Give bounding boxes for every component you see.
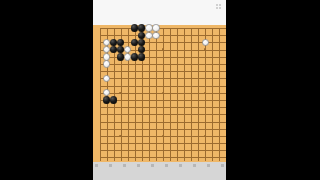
intersection[interactable] [202,147,209,154]
intersection[interactable] [209,39,216,46]
intersection[interactable] [138,89,145,96]
intersection[interactable] [117,154,124,161]
intersection[interactable] [152,60,159,67]
intersection[interactable] [159,82,166,89]
intersection[interactable] [166,89,173,96]
intersection[interactable] [181,32,188,39]
intersection[interactable] [159,140,166,147]
intersection[interactable] [110,125,117,132]
intersection[interactable] [124,118,131,125]
intersection[interactable] [188,75,195,82]
intersection[interactable] [110,60,117,67]
intersection[interactable] [195,132,202,139]
intersection[interactable] [174,60,181,67]
intersection[interactable] [110,96,117,103]
intersection[interactable] [209,111,216,118]
intersection[interactable] [181,125,188,132]
intersection[interactable] [96,118,103,125]
intersection[interactable] [159,25,166,32]
intersection[interactable] [131,104,138,111]
intersection[interactable] [145,96,152,103]
intersection[interactable] [209,68,216,75]
intersection[interactable] [96,53,103,60]
intersection[interactable] [209,82,216,89]
intersection[interactable] [103,104,110,111]
intersection[interactable] [117,25,124,32]
intersection[interactable] [216,53,223,60]
intersection[interactable] [124,125,131,132]
intersection[interactable] [131,82,138,89]
intersection[interactable] [152,125,159,132]
intersection[interactable] [188,60,195,67]
intersection[interactable] [110,140,117,147]
intersection[interactable] [159,32,166,39]
intersection[interactable] [174,140,181,147]
intersection[interactable] [174,118,181,125]
intersection[interactable] [159,60,166,67]
intersection[interactable] [152,46,159,53]
intersection[interactable] [96,46,103,53]
intersection[interactable] [195,82,202,89]
intersection[interactable] [174,68,181,75]
intersection[interactable] [159,104,166,111]
intersection[interactable] [166,32,173,39]
intersection[interactable] [117,111,124,118]
intersection[interactable] [110,132,117,139]
intersection[interactable] [195,118,202,125]
intersection[interactable] [124,82,131,89]
intersection[interactable] [103,132,110,139]
intersection[interactable] [124,96,131,103]
intersection[interactable] [216,82,223,89]
intersection[interactable] [159,147,166,154]
intersection[interactable] [103,89,110,96]
intersection[interactable] [96,75,103,82]
intersection[interactable] [103,68,110,75]
intersection[interactable] [138,154,145,161]
intersection[interactable] [174,39,181,46]
intersection[interactable] [166,75,173,82]
intersection[interactable] [117,39,124,46]
intersection[interactable] [145,111,152,118]
intersection[interactable] [174,125,181,132]
intersection[interactable] [181,140,188,147]
intersection[interactable] [202,118,209,125]
intersection[interactable] [96,140,103,147]
intersection[interactable] [110,25,117,32]
intersection[interactable] [110,104,117,111]
intersection[interactable] [103,111,110,118]
intersection[interactable] [103,118,110,125]
intersection[interactable] [166,46,173,53]
intersection[interactable] [103,25,110,32]
intersection[interactable] [138,125,145,132]
intersection[interactable] [166,68,173,75]
intersection[interactable] [138,75,145,82]
intersection[interactable] [110,118,117,125]
intersection[interactable] [131,75,138,82]
intersection[interactable] [181,75,188,82]
intersection[interactable] [174,132,181,139]
intersection[interactable] [131,118,138,125]
intersection[interactable] [166,118,173,125]
intersection[interactable] [166,104,173,111]
intersection[interactable] [209,140,216,147]
intersection[interactable] [124,132,131,139]
intersection[interactable] [138,104,145,111]
intersection[interactable] [202,132,209,139]
intersection[interactable] [145,118,152,125]
intersection[interactable] [195,111,202,118]
intersection[interactable] [96,96,103,103]
intersection[interactable] [152,53,159,60]
intersection[interactable] [181,104,188,111]
intersection[interactable] [188,132,195,139]
intersection[interactable] [117,132,124,139]
intersection[interactable] [131,60,138,67]
intersection[interactable] [110,32,117,39]
intersection[interactable] [117,96,124,103]
intersection[interactable] [181,39,188,46]
intersection[interactable] [216,118,223,125]
intersection[interactable] [159,154,166,161]
intersection[interactable] [96,82,103,89]
intersection[interactable] [152,82,159,89]
intersection[interactable] [202,96,209,103]
intersection[interactable] [131,89,138,96]
intersection[interactable] [103,75,110,82]
intersection[interactable] [188,140,195,147]
intersection[interactable] [195,125,202,132]
intersection[interactable] [188,39,195,46]
intersection[interactable] [145,60,152,67]
intersection[interactable] [138,60,145,67]
intersection[interactable] [216,111,223,118]
intersection[interactable] [166,111,173,118]
intersection[interactable] [209,147,216,154]
intersection[interactable] [131,147,138,154]
intersection[interactable] [138,132,145,139]
intersection[interactable] [159,89,166,96]
intersection[interactable] [202,111,209,118]
intersection[interactable] [181,118,188,125]
intersection[interactable] [195,46,202,53]
intersection[interactable] [145,147,152,154]
intersection[interactable] [216,60,223,67]
intersection[interactable] [188,111,195,118]
intersection[interactable] [181,111,188,118]
intersection[interactable] [174,32,181,39]
intersection[interactable] [159,39,166,46]
intersection[interactable] [96,60,103,67]
intersection[interactable] [159,53,166,60]
intersection[interactable] [124,89,131,96]
intersection[interactable] [209,104,216,111]
intersection[interactable] [138,111,145,118]
intersection[interactable] [209,154,216,161]
intersection[interactable] [166,82,173,89]
intersection[interactable] [195,53,202,60]
intersection[interactable] [145,125,152,132]
intersection[interactable] [216,89,223,96]
intersection[interactable] [103,32,110,39]
intersection[interactable] [195,154,202,161]
intersection[interactable] [110,111,117,118]
intersection[interactable] [131,68,138,75]
intersection[interactable] [138,53,145,60]
intersection[interactable] [174,147,181,154]
intersection[interactable] [202,46,209,53]
intersection[interactable] [181,154,188,161]
intersection[interactable] [124,147,131,154]
intersection[interactable] [159,68,166,75]
intersection[interactable] [209,53,216,60]
intersection[interactable] [188,25,195,32]
intersection[interactable] [159,75,166,82]
intersection[interactable] [188,104,195,111]
intersection[interactable] [138,39,145,46]
intersection[interactable] [202,60,209,67]
intersection[interactable] [145,39,152,46]
intersection[interactable] [152,68,159,75]
intersection[interactable] [209,46,216,53]
intersection[interactable] [195,96,202,103]
intersection[interactable] [96,154,103,161]
intersection[interactable] [159,111,166,118]
intersection[interactable] [181,89,188,96]
intersection[interactable] [202,154,209,161]
intersection[interactable] [166,154,173,161]
intersection[interactable] [188,82,195,89]
menu-icon[interactable] [215,3,222,10]
intersection[interactable] [96,132,103,139]
intersection[interactable] [209,118,216,125]
intersection[interactable] [124,32,131,39]
intersection[interactable] [174,82,181,89]
intersection[interactable] [96,68,103,75]
intersection[interactable] [195,25,202,32]
intersection[interactable] [181,68,188,75]
intersection[interactable] [216,75,223,82]
intersection[interactable] [181,46,188,53]
intersection[interactable] [202,53,209,60]
intersection[interactable] [216,68,223,75]
intersection[interactable] [138,147,145,154]
intersection[interactable] [124,154,131,161]
intersection[interactable] [188,53,195,60]
intersection[interactable] [117,147,124,154]
intersection[interactable] [202,140,209,147]
intersection[interactable] [117,104,124,111]
intersection[interactable] [103,53,110,60]
intersection[interactable] [166,39,173,46]
intersection[interactable] [188,154,195,161]
intersection[interactable] [188,46,195,53]
intersection[interactable] [195,32,202,39]
intersection[interactable] [166,147,173,154]
intersection[interactable] [209,32,216,39]
intersection[interactable] [103,60,110,67]
intersection[interactable] [152,118,159,125]
go-board[interactable] [93,25,226,162]
intersection[interactable] [181,96,188,103]
intersection[interactable] [138,118,145,125]
intersection[interactable] [202,82,209,89]
intersection[interactable] [174,46,181,53]
intersection[interactable] [152,89,159,96]
intersection[interactable] [216,132,223,139]
intersection[interactable] [138,96,145,103]
intersection[interactable] [131,140,138,147]
intersection[interactable] [152,104,159,111]
intersection[interactable] [188,68,195,75]
intersection[interactable] [145,132,152,139]
intersection[interactable] [117,82,124,89]
intersection[interactable] [117,125,124,132]
intersection[interactable] [166,25,173,32]
intersection[interactable] [188,147,195,154]
intersection[interactable] [145,68,152,75]
intersection[interactable] [209,125,216,132]
intersection[interactable] [174,53,181,60]
intersection[interactable] [152,32,159,39]
intersection[interactable] [131,125,138,132]
intersection[interactable] [138,82,145,89]
intersection[interactable] [124,60,131,67]
intersection[interactable] [195,89,202,96]
intersection[interactable] [96,125,103,132]
intersection[interactable] [202,125,209,132]
intersection[interactable] [145,82,152,89]
intersection[interactable] [117,68,124,75]
intersection[interactable] [181,82,188,89]
intersection[interactable] [174,89,181,96]
intersection[interactable] [152,147,159,154]
intersection[interactable] [159,132,166,139]
intersection[interactable] [152,75,159,82]
intersection[interactable] [110,82,117,89]
intersection[interactable] [103,154,110,161]
intersection[interactable] [174,104,181,111]
intersection[interactable] [145,104,152,111]
intersection[interactable] [117,32,124,39]
intersection[interactable] [195,147,202,154]
intersection[interactable] [124,46,131,53]
intersection[interactable] [216,25,223,32]
intersection[interactable] [216,140,223,147]
intersection[interactable] [202,75,209,82]
intersection[interactable] [195,104,202,111]
intersection[interactable] [181,147,188,154]
intersection[interactable] [96,147,103,154]
intersection[interactable] [216,39,223,46]
intersection[interactable] [195,140,202,147]
intersection[interactable] [124,111,131,118]
intersection[interactable] [166,96,173,103]
intersection[interactable] [195,39,202,46]
intersection[interactable] [181,60,188,67]
intersection[interactable] [145,140,152,147]
intersection[interactable] [166,60,173,67]
intersection[interactable] [202,25,209,32]
intersection[interactable] [145,75,152,82]
intersection[interactable] [110,68,117,75]
intersection[interactable] [166,53,173,60]
intersection[interactable] [202,32,209,39]
intersection[interactable] [152,111,159,118]
intersection[interactable] [174,154,181,161]
intersection[interactable] [96,104,103,111]
intersection[interactable] [138,46,145,53]
intersection[interactable] [152,154,159,161]
intersection[interactable] [131,111,138,118]
intersection[interactable] [117,60,124,67]
intersection[interactable] [181,132,188,139]
intersection[interactable] [216,154,223,161]
intersection[interactable] [96,89,103,96]
intersection[interactable] [96,32,103,39]
intersection[interactable] [159,96,166,103]
intersection[interactable] [117,89,124,96]
intersection[interactable] [166,132,173,139]
intersection[interactable] [209,25,216,32]
intersection[interactable] [166,140,173,147]
intersection[interactable] [209,132,216,139]
intersection[interactable] [159,125,166,132]
intersection[interactable] [188,89,195,96]
intersection[interactable] [216,104,223,111]
intersection[interactable] [145,154,152,161]
intersection[interactable] [216,147,223,154]
intersection[interactable] [174,111,181,118]
intersection[interactable] [202,104,209,111]
intersection[interactable] [96,39,103,46]
intersection[interactable] [174,25,181,32]
intersection[interactable] [103,140,110,147]
intersection[interactable] [103,147,110,154]
intersection[interactable] [124,75,131,82]
intersection[interactable] [145,89,152,96]
intersection[interactable] [124,140,131,147]
intersection[interactable] [110,154,117,161]
intersection[interactable] [117,118,124,125]
intersection[interactable] [174,75,181,82]
intersection[interactable] [188,96,195,103]
intersection[interactable] [209,75,216,82]
intersection[interactable] [152,132,159,139]
intersection[interactable] [202,68,209,75]
intersection[interactable] [195,68,202,75]
intersection[interactable] [188,118,195,125]
intersection[interactable] [96,25,103,32]
intersection[interactable] [181,53,188,60]
intersection[interactable] [110,89,117,96]
intersection[interactable] [138,68,145,75]
intersection[interactable] [145,46,152,53]
intersection[interactable] [124,104,131,111]
intersection[interactable] [216,46,223,53]
intersection[interactable] [110,147,117,154]
intersection[interactable] [110,75,117,82]
intersection[interactable] [209,96,216,103]
intersection[interactable] [216,32,223,39]
intersection[interactable] [202,39,209,46]
intersection[interactable] [181,25,188,32]
intersection[interactable] [202,89,209,96]
intersection[interactable] [152,140,159,147]
intersection[interactable] [152,96,159,103]
intersection[interactable] [145,53,152,60]
